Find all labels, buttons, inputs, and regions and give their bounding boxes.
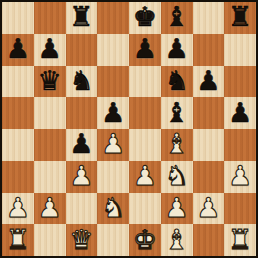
- piece-white-rook[interactable]: ♜: [6, 226, 30, 253]
- piece-white-rook[interactable]: ♜: [228, 226, 252, 253]
- piece-black-pawn[interactable]: ♟: [38, 35, 62, 62]
- piece-black-pawn[interactable]: ♟: [133, 35, 157, 62]
- piece-white-pawn[interactable]: ♟: [101, 130, 125, 157]
- square-f1[interactable]: ♝: [161, 224, 193, 256]
- square-e1[interactable]: ♚: [129, 224, 161, 256]
- square-f3[interactable]: ♞: [161, 161, 193, 193]
- square-a1[interactable]: ♜: [2, 224, 34, 256]
- piece-black-pawn[interactable]: ♟: [101, 99, 125, 126]
- square-f7[interactable]: ♟: [161, 34, 193, 66]
- square-a2[interactable]: ♟: [2, 193, 34, 225]
- piece-white-knight[interactable]: ♞: [165, 162, 189, 189]
- piece-black-king[interactable]: ♚: [133, 3, 157, 30]
- piece-black-pawn[interactable]: ♟: [196, 67, 220, 94]
- piece-black-pawn[interactable]: ♟: [228, 99, 252, 126]
- square-f6[interactable]: ♞: [161, 66, 193, 98]
- piece-white-pawn[interactable]: ♟: [69, 162, 93, 189]
- square-a3[interactable]: [2, 161, 34, 193]
- square-c1[interactable]: ♛: [66, 224, 98, 256]
- piece-black-bishop[interactable]: ♝: [165, 3, 189, 30]
- square-a6[interactable]: [2, 66, 34, 98]
- square-d8[interactable]: [97, 2, 129, 34]
- square-h7[interactable]: [224, 34, 256, 66]
- chess-board: ♜♚♝♜♟♟♟♟♛♞♞♟♟♝♟♟♟♝♟♟♞♟♟♟♞♟♟♜♛♚♝♜: [2, 2, 256, 256]
- square-e2[interactable]: [129, 193, 161, 225]
- square-g5[interactable]: [193, 97, 225, 129]
- square-a5[interactable]: [2, 97, 34, 129]
- square-b4[interactable]: [34, 129, 66, 161]
- square-e5[interactable]: [129, 97, 161, 129]
- square-e7[interactable]: ♟: [129, 34, 161, 66]
- square-g3[interactable]: [193, 161, 225, 193]
- piece-white-knight[interactable]: ♞: [101, 194, 125, 221]
- square-e8[interactable]: ♚: [129, 2, 161, 34]
- piece-white-bishop[interactable]: ♝: [165, 130, 189, 157]
- piece-white-queen[interactable]: ♛: [69, 226, 93, 253]
- square-f4[interactable]: ♝: [161, 129, 193, 161]
- square-e4[interactable]: [129, 129, 161, 161]
- square-b3[interactable]: [34, 161, 66, 193]
- square-h4[interactable]: [224, 129, 256, 161]
- piece-white-pawn[interactable]: ♟: [38, 194, 62, 221]
- square-g1[interactable]: [193, 224, 225, 256]
- square-b6[interactable]: ♛: [34, 66, 66, 98]
- square-c2[interactable]: [66, 193, 98, 225]
- piece-black-rook[interactable]: ♜: [228, 3, 252, 30]
- square-h5[interactable]: ♟: [224, 97, 256, 129]
- piece-white-pawn[interactable]: ♟: [196, 194, 220, 221]
- square-h2[interactable]: [224, 193, 256, 225]
- square-c5[interactable]: [66, 97, 98, 129]
- piece-white-pawn[interactable]: ♟: [165, 194, 189, 221]
- square-e6[interactable]: [129, 66, 161, 98]
- square-c3[interactable]: ♟: [66, 161, 98, 193]
- square-d5[interactable]: ♟: [97, 97, 129, 129]
- square-h3[interactable]: ♟: [224, 161, 256, 193]
- piece-white-pawn[interactable]: ♟: [6, 194, 30, 221]
- square-c4[interactable]: ♟: [66, 129, 98, 161]
- square-b5[interactable]: [34, 97, 66, 129]
- square-g4[interactable]: [193, 129, 225, 161]
- square-f2[interactable]: ♟: [161, 193, 193, 225]
- piece-black-queen[interactable]: ♛: [38, 67, 62, 94]
- square-h1[interactable]: ♜: [224, 224, 256, 256]
- square-c8[interactable]: ♜: [66, 2, 98, 34]
- square-f8[interactable]: ♝: [161, 2, 193, 34]
- piece-black-knight[interactable]: ♞: [69, 67, 93, 94]
- square-e3[interactable]: ♟: [129, 161, 161, 193]
- square-a4[interactable]: [2, 129, 34, 161]
- square-b7[interactable]: ♟: [34, 34, 66, 66]
- square-a7[interactable]: ♟: [2, 34, 34, 66]
- piece-black-pawn[interactable]: ♟: [6, 35, 30, 62]
- chess-board-frame: ♜♚♝♜♟♟♟♟♛♞♞♟♟♝♟♟♟♝♟♟♞♟♟♟♞♟♟♜♛♚♝♜: [0, 0, 258, 258]
- square-g2[interactable]: ♟: [193, 193, 225, 225]
- piece-black-bishop[interactable]: ♝: [165, 99, 189, 126]
- piece-black-rook[interactable]: ♜: [69, 3, 93, 30]
- square-d4[interactable]: ♟: [97, 129, 129, 161]
- square-d7[interactable]: [97, 34, 129, 66]
- square-c7[interactable]: [66, 34, 98, 66]
- square-b2[interactable]: ♟: [34, 193, 66, 225]
- square-g6[interactable]: ♟: [193, 66, 225, 98]
- piece-black-pawn[interactable]: ♟: [165, 35, 189, 62]
- piece-white-bishop[interactable]: ♝: [165, 226, 189, 253]
- square-b8[interactable]: [34, 2, 66, 34]
- square-d3[interactable]: [97, 161, 129, 193]
- piece-white-king[interactable]: ♚: [133, 226, 157, 253]
- square-h6[interactable]: [224, 66, 256, 98]
- square-g8[interactable]: [193, 2, 225, 34]
- square-a8[interactable]: [2, 2, 34, 34]
- piece-black-knight[interactable]: ♞: [165, 67, 189, 94]
- square-d1[interactable]: [97, 224, 129, 256]
- square-g7[interactable]: [193, 34, 225, 66]
- piece-white-pawn[interactable]: ♟: [133, 162, 157, 189]
- piece-black-pawn[interactable]: ♟: [69, 130, 93, 157]
- square-d6[interactable]: [97, 66, 129, 98]
- piece-white-pawn[interactable]: ♟: [228, 162, 252, 189]
- square-d2[interactable]: ♞: [97, 193, 129, 225]
- square-h8[interactable]: ♜: [224, 2, 256, 34]
- square-c6[interactable]: ♞: [66, 66, 98, 98]
- square-b1[interactable]: [34, 224, 66, 256]
- square-f5[interactable]: ♝: [161, 97, 193, 129]
